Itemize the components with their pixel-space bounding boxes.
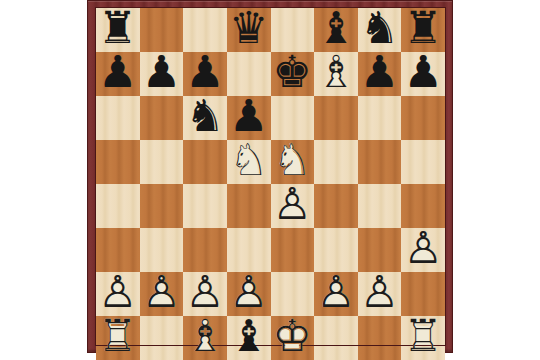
white-knight-d5: ♞♘ (227, 140, 271, 184)
white-pawn-b2: ♟♙ (140, 272, 184, 316)
square-a6[interactable] (96, 96, 140, 140)
square-g4[interactable] (358, 184, 402, 228)
black-pawn-glyph: ♟ (185, 50, 224, 94)
black-rook-glyph: ♜ (403, 6, 442, 50)
square-a4[interactable] (96, 184, 140, 228)
square-b2[interactable]: ♟♙ (140, 272, 184, 316)
square-c1[interactable]: ♝♗ (183, 316, 227, 360)
square-f4[interactable] (314, 184, 358, 228)
white-rook-outline-glyph: ♖ (403, 314, 442, 358)
square-e7[interactable]: ♚ (271, 52, 315, 96)
white-pawn-h3: ♟♙ (401, 228, 445, 272)
square-e3[interactable] (271, 228, 315, 272)
square-d1[interactable]: ♝ (227, 316, 271, 360)
black-pawn-glyph: ♟ (403, 50, 442, 94)
black-queen-d8: ♛ (227, 8, 271, 52)
white-bishop-c1: ♝♗ (183, 316, 227, 360)
square-c6[interactable]: ♞ (183, 96, 227, 140)
square-f6[interactable] (314, 96, 358, 140)
square-f7[interactable]: ♝♗ (314, 52, 358, 96)
black-king-e7: ♚ (271, 52, 315, 96)
white-rook-h1: ♜♖ (401, 316, 445, 360)
square-a5[interactable] (96, 140, 140, 184)
white-pawn-outline-glyph: ♙ (316, 270, 355, 314)
white-knight-outline-glyph: ♘ (273, 138, 312, 182)
white-pawn-outline-glyph: ♙ (185, 270, 224, 314)
white-king-outline-glyph: ♔ (273, 314, 312, 358)
square-h3[interactable]: ♟♙ (401, 228, 445, 272)
square-b1[interactable] (140, 316, 184, 360)
white-pawn-g2: ♟♙ (358, 272, 402, 316)
white-pawn-outline-glyph: ♙ (229, 270, 268, 314)
chess-board: ♜♛♝♞♜♟♟♟♚♝♗♟♟♞♟♞♘♞♘♟♙♟♙♟♙♟♙♟♙♟♙♟♙♟♙♜♖♝♗♝… (96, 8, 445, 345)
black-bishop-d1: ♝ (227, 316, 271, 360)
white-king-e1: ♚♔ (271, 316, 315, 360)
square-c4[interactable] (183, 184, 227, 228)
black-bishop-glyph: ♝ (316, 6, 355, 50)
page-background: ♜♛♝♞♜♟♟♟♚♝♗♟♟♞♟♞♘♞♘♟♙♟♙♟♙♟♙♟♙♟♙♟♙♟♙♜♖♝♗♝… (0, 0, 540, 360)
white-rook-outline-glyph: ♖ (98, 314, 137, 358)
black-pawn-h7: ♟ (401, 52, 445, 96)
black-knight-glyph: ♞ (185, 94, 224, 138)
black-queen-glyph: ♛ (229, 6, 268, 50)
black-king-glyph: ♚ (273, 50, 312, 94)
square-h5[interactable] (401, 140, 445, 184)
white-pawn-outline-glyph: ♙ (403, 226, 442, 270)
black-knight-c6: ♞ (183, 96, 227, 140)
square-g5[interactable] (358, 140, 402, 184)
black-pawn-g7: ♟ (358, 52, 402, 96)
square-a7[interactable]: ♟ (96, 52, 140, 96)
black-pawn-a7: ♟ (96, 52, 140, 96)
square-b7[interactable]: ♟ (140, 52, 184, 96)
square-d5[interactable]: ♞♘ (227, 140, 271, 184)
square-h6[interactable] (401, 96, 445, 140)
square-f5[interactable] (314, 140, 358, 184)
square-g2[interactable]: ♟♙ (358, 272, 402, 316)
white-bishop-f7: ♝♗ (314, 52, 358, 96)
square-c5[interactable] (183, 140, 227, 184)
black-pawn-glyph: ♟ (360, 50, 399, 94)
square-h7[interactable]: ♟ (401, 52, 445, 96)
white-pawn-outline-glyph: ♙ (360, 270, 399, 314)
white-pawn-outline-glyph: ♙ (142, 270, 181, 314)
black-bishop-glyph: ♝ (229, 314, 268, 358)
square-g7[interactable]: ♟ (358, 52, 402, 96)
square-e1[interactable]: ♚♔ (271, 316, 315, 360)
chess-board-frame: ♜♛♝♞♜♟♟♟♚♝♗♟♟♞♟♞♘♞♘♟♙♟♙♟♙♟♙♟♙♟♙♟♙♟♙♜♖♝♗♝… (87, 0, 453, 353)
white-rook-a1: ♜♖ (96, 316, 140, 360)
square-b5[interactable] (140, 140, 184, 184)
square-d4[interactable] (227, 184, 271, 228)
square-f1[interactable] (314, 316, 358, 360)
square-h1[interactable]: ♜♖ (401, 316, 445, 360)
square-d8[interactable]: ♛ (227, 8, 271, 52)
black-pawn-b7: ♟ (140, 52, 184, 96)
black-pawn-glyph: ♟ (98, 50, 137, 94)
square-b4[interactable] (140, 184, 184, 228)
square-g1[interactable] (358, 316, 402, 360)
white-bishop-outline-glyph: ♗ (316, 50, 355, 94)
white-pawn-outline-glyph: ♙ (98, 270, 137, 314)
white-pawn-outline-glyph: ♙ (273, 182, 312, 226)
black-rook-glyph: ♜ (98, 6, 137, 50)
square-g6[interactable] (358, 96, 402, 140)
square-b6[interactable] (140, 96, 184, 140)
black-pawn-glyph: ♟ (142, 50, 181, 94)
black-pawn-glyph: ♟ (229, 94, 268, 138)
white-pawn-e4: ♟♙ (271, 184, 315, 228)
white-knight-outline-glyph: ♘ (229, 138, 268, 182)
square-a1[interactable]: ♜♖ (96, 316, 140, 360)
white-bishop-outline-glyph: ♗ (185, 314, 224, 358)
square-e4[interactable]: ♟♙ (271, 184, 315, 228)
black-knight-glyph: ♞ (360, 6, 399, 50)
square-f2[interactable]: ♟♙ (314, 272, 358, 316)
white-pawn-f2: ♟♙ (314, 272, 358, 316)
